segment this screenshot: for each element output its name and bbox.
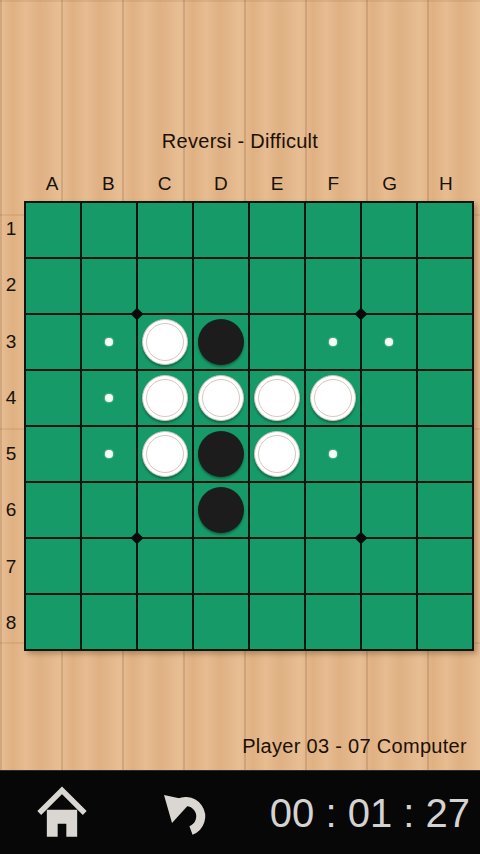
cell-b5[interactable] [82, 427, 136, 481]
cell-d3[interactable] [194, 315, 248, 369]
row-label-2: 2 [0, 257, 22, 313]
cell-b1[interactable] [82, 203, 136, 257]
cell-a3[interactable] [26, 315, 80, 369]
row-labels: 12345678 [0, 201, 22, 651]
cell-b6[interactable] [82, 483, 136, 537]
cell-d2[interactable] [194, 259, 248, 313]
row-label-3: 3 [0, 314, 22, 370]
cell-c3[interactable] [138, 315, 192, 369]
undo-icon [160, 787, 212, 839]
white-disc [142, 375, 188, 421]
black-disc [198, 431, 244, 477]
cell-f8[interactable] [306, 595, 360, 649]
home-icon [36, 784, 88, 842]
legal-move-hint [329, 450, 337, 458]
cell-e2[interactable] [250, 259, 304, 313]
legal-move-hint [329, 338, 337, 346]
game-timer: 00 : 01 : 27 [270, 790, 470, 835]
cell-c5[interactable] [138, 427, 192, 481]
cell-g3[interactable] [362, 315, 416, 369]
cell-d4[interactable] [194, 371, 248, 425]
legal-move-hint [385, 338, 393, 346]
col-label-a: A [24, 171, 80, 197]
cell-g5[interactable] [362, 427, 416, 481]
home-button[interactable] [36, 784, 88, 842]
cell-d8[interactable] [194, 595, 248, 649]
cell-a2[interactable] [26, 259, 80, 313]
cell-c2[interactable] [138, 259, 192, 313]
score-text: Player 03 - 07 Computer [242, 735, 467, 758]
cell-c8[interactable] [138, 595, 192, 649]
bottom-toolbar: 00 : 01 : 27 [0, 770, 480, 854]
white-disc [142, 319, 188, 365]
white-disc [198, 375, 244, 421]
legal-move-hint [105, 394, 113, 402]
black-disc [198, 487, 244, 533]
cell-a4[interactable] [26, 371, 80, 425]
col-label-e: E [249, 171, 305, 197]
cell-h2[interactable] [418, 259, 472, 313]
col-label-h: H [418, 171, 474, 197]
legal-move-hint [105, 338, 113, 346]
row-label-6: 6 [0, 482, 22, 538]
cell-g1[interactable] [362, 203, 416, 257]
cell-f2[interactable] [306, 259, 360, 313]
row-label-5: 5 [0, 426, 22, 482]
cell-b8[interactable] [82, 595, 136, 649]
cell-h3[interactable] [418, 315, 472, 369]
cell-e8[interactable] [250, 595, 304, 649]
cell-f7[interactable] [306, 539, 360, 593]
cell-b4[interactable] [82, 371, 136, 425]
white-disc [142, 431, 188, 477]
cell-f4[interactable] [306, 371, 360, 425]
cell-a6[interactable] [26, 483, 80, 537]
cell-f1[interactable] [306, 203, 360, 257]
cell-g2[interactable] [362, 259, 416, 313]
col-label-b: B [80, 171, 136, 197]
cell-a7[interactable] [26, 539, 80, 593]
cell-e7[interactable] [250, 539, 304, 593]
page-title: Reversi - Difficult [0, 130, 480, 153]
column-labels: ABCDEFGH [24, 171, 474, 197]
cell-b3[interactable] [82, 315, 136, 369]
row-label-8: 8 [0, 595, 22, 651]
cell-h4[interactable] [418, 371, 472, 425]
cell-d7[interactable] [194, 539, 248, 593]
col-label-d: D [193, 171, 249, 197]
cell-g6[interactable] [362, 483, 416, 537]
cell-h6[interactable] [418, 483, 472, 537]
cell-c1[interactable] [138, 203, 192, 257]
row-label-7: 7 [0, 539, 22, 595]
cell-f3[interactable] [306, 315, 360, 369]
cell-a1[interactable] [26, 203, 80, 257]
cell-a8[interactable] [26, 595, 80, 649]
cell-c6[interactable] [138, 483, 192, 537]
cell-f5[interactable] [306, 427, 360, 481]
cell-c7[interactable] [138, 539, 192, 593]
cell-h5[interactable] [418, 427, 472, 481]
cell-g4[interactable] [362, 371, 416, 425]
reversi-board [24, 201, 474, 651]
cell-e5[interactable] [250, 427, 304, 481]
cell-a5[interactable] [26, 427, 80, 481]
cell-d6[interactable] [194, 483, 248, 537]
col-label-f: F [305, 171, 361, 197]
cell-f6[interactable] [306, 483, 360, 537]
row-label-4: 4 [0, 370, 22, 426]
app-screen: Reversi - Difficult ABCDEFGH 12345678 Pl… [0, 0, 480, 854]
cell-h1[interactable] [418, 203, 472, 257]
col-label-c: C [137, 171, 193, 197]
cell-d1[interactable] [194, 203, 248, 257]
cell-h8[interactable] [418, 595, 472, 649]
col-label-g: G [362, 171, 418, 197]
cell-e3[interactable] [250, 315, 304, 369]
cell-e6[interactable] [250, 483, 304, 537]
row-label-1: 1 [0, 201, 22, 257]
undo-button[interactable] [160, 787, 212, 839]
cell-e4[interactable] [250, 371, 304, 425]
white-disc [254, 375, 300, 421]
cell-e1[interactable] [250, 203, 304, 257]
cell-d5[interactable] [194, 427, 248, 481]
white-disc [310, 375, 356, 421]
legal-move-hint [105, 450, 113, 458]
cell-g8[interactable] [362, 595, 416, 649]
cell-h7[interactable] [418, 539, 472, 593]
white-disc [254, 431, 300, 477]
black-disc [198, 319, 244, 365]
cell-c4[interactable] [138, 371, 192, 425]
cell-b7[interactable] [82, 539, 136, 593]
cell-b2[interactable] [82, 259, 136, 313]
cell-g7[interactable] [362, 539, 416, 593]
